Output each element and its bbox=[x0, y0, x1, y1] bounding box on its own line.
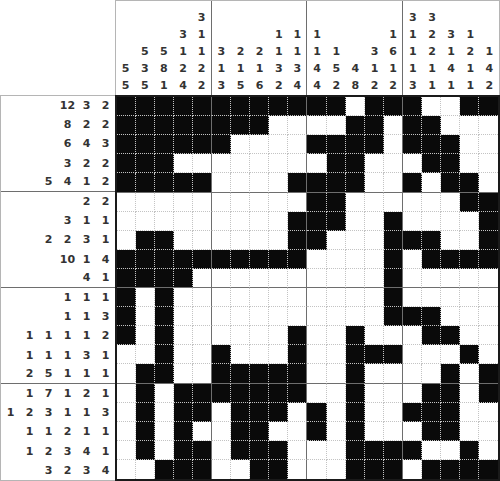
cell-r9c4[interactable] bbox=[174, 250, 193, 269]
cell-r17c17[interactable] bbox=[422, 403, 441, 422]
cell-r12c6[interactable] bbox=[212, 307, 231, 326]
cell-r13c18[interactable] bbox=[441, 326, 460, 345]
cell-r3c14[interactable] bbox=[365, 135, 384, 154]
cell-r2c20[interactable] bbox=[479, 116, 498, 135]
cell-r16c5[interactable] bbox=[193, 384, 212, 403]
cell-r10c19[interactable] bbox=[460, 269, 479, 288]
cell-r12c11[interactable] bbox=[307, 307, 326, 326]
cell-r18c6[interactable] bbox=[212, 422, 231, 441]
cell-r8c17[interactable] bbox=[422, 231, 441, 250]
cell-r14c15[interactable] bbox=[384, 345, 403, 364]
cell-r2c17[interactable] bbox=[422, 116, 441, 135]
cell-r9c16[interactable] bbox=[403, 250, 422, 269]
cell-r2c7[interactable] bbox=[231, 116, 250, 135]
cell-r2c13[interactable] bbox=[346, 116, 365, 135]
cell-r1c6[interactable] bbox=[212, 97, 231, 116]
cell-r4c13[interactable] bbox=[346, 154, 365, 173]
cell-r3c4[interactable] bbox=[174, 135, 193, 154]
cell-r7c1[interactable] bbox=[117, 212, 136, 231]
cell-r19c1[interactable] bbox=[117, 441, 136, 460]
cell-r7c18[interactable] bbox=[441, 212, 460, 231]
cell-r10c18[interactable] bbox=[441, 269, 460, 288]
cell-r10c17[interactable] bbox=[422, 269, 441, 288]
cell-r20c19[interactable] bbox=[460, 460, 479, 479]
cell-r13c15[interactable] bbox=[384, 326, 403, 345]
cell-r12c20[interactable] bbox=[479, 307, 498, 326]
cell-r19c17[interactable] bbox=[422, 441, 441, 460]
cell-r5c3[interactable] bbox=[155, 173, 174, 192]
cell-r20c8[interactable] bbox=[250, 460, 269, 479]
cell-r8c20[interactable] bbox=[479, 231, 498, 250]
cell-r14c14[interactable] bbox=[365, 345, 384, 364]
cell-r6c5[interactable] bbox=[193, 193, 212, 212]
cell-r18c11[interactable] bbox=[307, 422, 326, 441]
cell-r10c7[interactable] bbox=[231, 269, 250, 288]
cell-r6c15[interactable] bbox=[384, 193, 403, 212]
cell-r6c12[interactable] bbox=[327, 193, 346, 212]
cell-r12c17[interactable] bbox=[422, 307, 441, 326]
cell-r4c16[interactable] bbox=[403, 154, 422, 173]
cell-r17c3[interactable] bbox=[155, 403, 174, 422]
cell-r11c16[interactable] bbox=[403, 288, 422, 307]
cell-r4c3[interactable] bbox=[155, 154, 174, 173]
cell-r13c9[interactable] bbox=[269, 326, 288, 345]
cell-r4c4[interactable] bbox=[174, 154, 193, 173]
cell-r16c16[interactable] bbox=[403, 384, 422, 403]
cell-r16c14[interactable] bbox=[365, 384, 384, 403]
cell-r7c10[interactable] bbox=[288, 212, 307, 231]
cell-r18c20[interactable] bbox=[479, 422, 498, 441]
cell-r9c20[interactable] bbox=[479, 250, 498, 269]
cell-r3c7[interactable] bbox=[231, 135, 250, 154]
cell-r8c12[interactable] bbox=[327, 231, 346, 250]
cell-r9c18[interactable] bbox=[441, 250, 460, 269]
cell-r18c17[interactable] bbox=[422, 422, 441, 441]
cell-r13c10[interactable] bbox=[288, 326, 307, 345]
cell-r10c8[interactable] bbox=[250, 269, 269, 288]
cell-r17c8[interactable] bbox=[250, 403, 269, 422]
cell-r20c4[interactable] bbox=[174, 460, 193, 479]
cell-r12c15[interactable] bbox=[384, 307, 403, 326]
cell-r12c14[interactable] bbox=[365, 307, 384, 326]
cell-r1c12[interactable] bbox=[327, 97, 346, 116]
cell-r2c14[interactable] bbox=[365, 116, 384, 135]
cell-r7c20[interactable] bbox=[479, 212, 498, 231]
cell-r9c11[interactable] bbox=[307, 250, 326, 269]
cell-r11c6[interactable] bbox=[212, 288, 231, 307]
cell-r18c2[interactable] bbox=[136, 422, 155, 441]
cell-r13c12[interactable] bbox=[327, 326, 346, 345]
cell-r6c19[interactable] bbox=[460, 193, 479, 212]
cell-r5c10[interactable] bbox=[288, 173, 307, 192]
cell-r2c2[interactable] bbox=[136, 116, 155, 135]
cell-r20c16[interactable] bbox=[403, 460, 422, 479]
cell-r8c9[interactable] bbox=[269, 231, 288, 250]
cell-r16c17[interactable] bbox=[422, 384, 441, 403]
cell-r10c9[interactable] bbox=[269, 269, 288, 288]
cell-r10c13[interactable] bbox=[346, 269, 365, 288]
cell-r1c5[interactable] bbox=[193, 97, 212, 116]
cell-r2c19[interactable] bbox=[460, 116, 479, 135]
cell-r1c9[interactable] bbox=[269, 97, 288, 116]
cell-r15c15[interactable] bbox=[384, 364, 403, 383]
cell-r8c10[interactable] bbox=[288, 231, 307, 250]
cell-r14c3[interactable] bbox=[155, 345, 174, 364]
cell-r10c11[interactable] bbox=[307, 269, 326, 288]
cell-r6c17[interactable] bbox=[422, 193, 441, 212]
cell-r19c8[interactable] bbox=[250, 441, 269, 460]
cell-r3c9[interactable] bbox=[269, 135, 288, 154]
cell-r12c10[interactable] bbox=[288, 307, 307, 326]
cell-r9c3[interactable] bbox=[155, 250, 174, 269]
cell-r15c14[interactable] bbox=[365, 364, 384, 383]
cell-r17c14[interactable] bbox=[365, 403, 384, 422]
cell-r2c18[interactable] bbox=[441, 116, 460, 135]
cell-r19c15[interactable] bbox=[384, 441, 403, 460]
cell-r20c2[interactable] bbox=[136, 460, 155, 479]
cell-r15c12[interactable] bbox=[327, 364, 346, 383]
cell-r10c3[interactable] bbox=[155, 269, 174, 288]
cell-r11c13[interactable] bbox=[346, 288, 365, 307]
cell-r5c13[interactable] bbox=[346, 173, 365, 192]
cell-r19c12[interactable] bbox=[327, 441, 346, 460]
cell-r1c17[interactable] bbox=[422, 97, 441, 116]
cell-r9c17[interactable] bbox=[422, 250, 441, 269]
cell-r1c2[interactable] bbox=[136, 97, 155, 116]
cell-r14c17[interactable] bbox=[422, 345, 441, 364]
cell-r17c4[interactable] bbox=[174, 403, 193, 422]
cell-r14c5[interactable] bbox=[193, 345, 212, 364]
cell-r12c1[interactable] bbox=[117, 307, 136, 326]
cell-r16c15[interactable] bbox=[384, 384, 403, 403]
cell-r18c10[interactable] bbox=[288, 422, 307, 441]
cell-r9c13[interactable] bbox=[346, 250, 365, 269]
cell-r20c10[interactable] bbox=[288, 460, 307, 479]
cell-r5c6[interactable] bbox=[212, 173, 231, 192]
cell-r3c2[interactable] bbox=[136, 135, 155, 154]
cell-r19c14[interactable] bbox=[365, 441, 384, 460]
cell-r5c5[interactable] bbox=[193, 173, 212, 192]
cell-r12c5[interactable] bbox=[193, 307, 212, 326]
cell-r11c7[interactable] bbox=[231, 288, 250, 307]
cell-r17c9[interactable] bbox=[269, 403, 288, 422]
cell-r7c3[interactable] bbox=[155, 212, 174, 231]
cell-r1c15[interactable] bbox=[384, 97, 403, 116]
cell-r16c7[interactable] bbox=[231, 384, 250, 403]
cell-r13c7[interactable] bbox=[231, 326, 250, 345]
cell-r11c14[interactable] bbox=[365, 288, 384, 307]
cell-r19c7[interactable] bbox=[231, 441, 250, 460]
cell-r6c13[interactable] bbox=[346, 193, 365, 212]
cell-r19c10[interactable] bbox=[288, 441, 307, 460]
cell-r6c2[interactable] bbox=[136, 193, 155, 212]
cell-r5c8[interactable] bbox=[250, 173, 269, 192]
cell-r14c8[interactable] bbox=[250, 345, 269, 364]
cell-r15c7[interactable] bbox=[231, 364, 250, 383]
cell-r2c15[interactable] bbox=[384, 116, 403, 135]
cell-r18c15[interactable] bbox=[384, 422, 403, 441]
cell-r10c5[interactable] bbox=[193, 269, 212, 288]
cell-r4c11[interactable] bbox=[307, 154, 326, 173]
cell-r5c14[interactable] bbox=[365, 173, 384, 192]
cell-r20c14[interactable] bbox=[365, 460, 384, 479]
cell-r18c3[interactable] bbox=[155, 422, 174, 441]
cell-r2c16[interactable] bbox=[403, 116, 422, 135]
cell-r8c4[interactable] bbox=[174, 231, 193, 250]
cell-r20c9[interactable] bbox=[269, 460, 288, 479]
cell-r1c13[interactable] bbox=[346, 97, 365, 116]
cell-r17c7[interactable] bbox=[231, 403, 250, 422]
cell-r17c2[interactable] bbox=[136, 403, 155, 422]
cell-r19c16[interactable] bbox=[403, 441, 422, 460]
cell-r14c6[interactable] bbox=[212, 345, 231, 364]
cell-r7c8[interactable] bbox=[250, 212, 269, 231]
cell-r16c19[interactable] bbox=[460, 384, 479, 403]
cell-r3c19[interactable] bbox=[460, 135, 479, 154]
cell-r18c13[interactable] bbox=[346, 422, 365, 441]
cell-r4c15[interactable] bbox=[384, 154, 403, 173]
cell-r3c8[interactable] bbox=[250, 135, 269, 154]
cell-r18c18[interactable] bbox=[441, 422, 460, 441]
cell-r14c20[interactable] bbox=[479, 345, 498, 364]
cell-r16c3[interactable] bbox=[155, 384, 174, 403]
cell-r19c20[interactable] bbox=[479, 441, 498, 460]
cell-r1c3[interactable] bbox=[155, 97, 174, 116]
cell-r8c13[interactable] bbox=[346, 231, 365, 250]
cell-r15c9[interactable] bbox=[269, 364, 288, 383]
cell-r9c2[interactable] bbox=[136, 250, 155, 269]
cell-r2c9[interactable] bbox=[269, 116, 288, 135]
cell-r16c11[interactable] bbox=[307, 384, 326, 403]
cell-r15c11[interactable] bbox=[307, 364, 326, 383]
cell-r7c16[interactable] bbox=[403, 212, 422, 231]
cell-r8c5[interactable] bbox=[193, 231, 212, 250]
cell-r3c20[interactable] bbox=[479, 135, 498, 154]
cell-r11c3[interactable] bbox=[155, 288, 174, 307]
cell-r8c19[interactable] bbox=[460, 231, 479, 250]
cell-r8c3[interactable] bbox=[155, 231, 174, 250]
cell-r3c17[interactable] bbox=[422, 135, 441, 154]
cell-r6c10[interactable] bbox=[288, 193, 307, 212]
cell-r3c6[interactable] bbox=[212, 135, 231, 154]
cell-r16c9[interactable] bbox=[269, 384, 288, 403]
cell-r1c11[interactable] bbox=[307, 97, 326, 116]
cell-r10c4[interactable] bbox=[174, 269, 193, 288]
cell-r4c10[interactable] bbox=[288, 154, 307, 173]
cell-r15c20[interactable] bbox=[479, 364, 498, 383]
cell-r10c15[interactable] bbox=[384, 269, 403, 288]
cell-r12c8[interactable] bbox=[250, 307, 269, 326]
cell-r11c10[interactable] bbox=[288, 288, 307, 307]
cell-r4c19[interactable] bbox=[460, 154, 479, 173]
cell-r11c4[interactable] bbox=[174, 288, 193, 307]
cell-r13c3[interactable] bbox=[155, 326, 174, 345]
cell-r19c9[interactable] bbox=[269, 441, 288, 460]
cell-r14c2[interactable] bbox=[136, 345, 155, 364]
cell-r3c5[interactable] bbox=[193, 135, 212, 154]
cell-r6c20[interactable] bbox=[479, 193, 498, 212]
cell-r20c3[interactable] bbox=[155, 460, 174, 479]
cell-r19c13[interactable] bbox=[346, 441, 365, 460]
cell-r17c10[interactable] bbox=[288, 403, 307, 422]
cell-r5c11[interactable] bbox=[307, 173, 326, 192]
cell-r8c14[interactable] bbox=[365, 231, 384, 250]
cell-r20c1[interactable] bbox=[117, 460, 136, 479]
cell-r17c5[interactable] bbox=[193, 403, 212, 422]
cell-r13c16[interactable] bbox=[403, 326, 422, 345]
cell-r8c6[interactable] bbox=[212, 231, 231, 250]
cell-r1c19[interactable] bbox=[460, 97, 479, 116]
cell-r10c14[interactable] bbox=[365, 269, 384, 288]
cell-r20c17[interactable] bbox=[422, 460, 441, 479]
cell-r18c14[interactable] bbox=[365, 422, 384, 441]
cell-r3c15[interactable] bbox=[384, 135, 403, 154]
cell-r1c7[interactable] bbox=[231, 97, 250, 116]
cell-r7c14[interactable] bbox=[365, 212, 384, 231]
cell-r1c1[interactable] bbox=[117, 97, 136, 116]
cell-r5c9[interactable] bbox=[269, 173, 288, 192]
cell-r3c12[interactable] bbox=[327, 135, 346, 154]
cell-r16c13[interactable] bbox=[346, 384, 365, 403]
cell-r18c12[interactable] bbox=[327, 422, 346, 441]
cell-r14c12[interactable] bbox=[327, 345, 346, 364]
cell-r3c1[interactable] bbox=[117, 135, 136, 154]
cell-r15c13[interactable] bbox=[346, 364, 365, 383]
cell-r16c20[interactable] bbox=[479, 384, 498, 403]
cell-r1c8[interactable] bbox=[250, 97, 269, 116]
cell-r10c20[interactable] bbox=[479, 269, 498, 288]
cell-r7c5[interactable] bbox=[193, 212, 212, 231]
cell-r2c8[interactable] bbox=[250, 116, 269, 135]
cell-r14c16[interactable] bbox=[403, 345, 422, 364]
cell-r19c18[interactable] bbox=[441, 441, 460, 460]
cell-r16c1[interactable] bbox=[117, 384, 136, 403]
cell-r2c12[interactable] bbox=[327, 116, 346, 135]
cell-r7c13[interactable] bbox=[346, 212, 365, 231]
cell-r14c4[interactable] bbox=[174, 345, 193, 364]
cell-r14c18[interactable] bbox=[441, 345, 460, 364]
cell-r9c14[interactable] bbox=[365, 250, 384, 269]
cell-r5c7[interactable] bbox=[231, 173, 250, 192]
cell-r11c18[interactable] bbox=[441, 288, 460, 307]
cell-r14c1[interactable] bbox=[117, 345, 136, 364]
cell-r13c8[interactable] bbox=[250, 326, 269, 345]
cell-r13c17[interactable] bbox=[422, 326, 441, 345]
cell-r7c7[interactable] bbox=[231, 212, 250, 231]
cell-r11c15[interactable] bbox=[384, 288, 403, 307]
cell-r7c6[interactable] bbox=[212, 212, 231, 231]
cell-r6c3[interactable] bbox=[155, 193, 174, 212]
cell-r9c10[interactable] bbox=[288, 250, 307, 269]
cell-r10c1[interactable] bbox=[117, 269, 136, 288]
cell-r10c16[interactable] bbox=[403, 269, 422, 288]
cell-r18c8[interactable] bbox=[250, 422, 269, 441]
cell-r4c20[interactable] bbox=[479, 154, 498, 173]
cell-r13c19[interactable] bbox=[460, 326, 479, 345]
cell-r1c20[interactable] bbox=[479, 97, 498, 116]
cell-r19c6[interactable] bbox=[212, 441, 231, 460]
cell-r5c15[interactable] bbox=[384, 173, 403, 192]
cell-r4c6[interactable] bbox=[212, 154, 231, 173]
cell-r2c10[interactable] bbox=[288, 116, 307, 135]
cell-r8c16[interactable] bbox=[403, 231, 422, 250]
cell-r16c8[interactable] bbox=[250, 384, 269, 403]
cell-r15c19[interactable] bbox=[460, 364, 479, 383]
cell-r11c19[interactable] bbox=[460, 288, 479, 307]
cell-r14c13[interactable] bbox=[346, 345, 365, 364]
cell-r5c16[interactable] bbox=[403, 173, 422, 192]
cell-r11c2[interactable] bbox=[136, 288, 155, 307]
cell-r20c12[interactable] bbox=[327, 460, 346, 479]
cell-r16c12[interactable] bbox=[327, 384, 346, 403]
cell-r9c8[interactable] bbox=[250, 250, 269, 269]
cell-r17c20[interactable] bbox=[479, 403, 498, 422]
cell-r20c11[interactable] bbox=[307, 460, 326, 479]
cell-r8c1[interactable] bbox=[117, 231, 136, 250]
cell-r15c6[interactable] bbox=[212, 364, 231, 383]
cell-r9c7[interactable] bbox=[231, 250, 250, 269]
cell-r2c4[interactable] bbox=[174, 116, 193, 135]
cell-r6c6[interactable] bbox=[212, 193, 231, 212]
cell-r18c4[interactable] bbox=[174, 422, 193, 441]
cell-r3c16[interactable] bbox=[403, 135, 422, 154]
cell-r4c9[interactable] bbox=[269, 154, 288, 173]
cell-r1c14[interactable] bbox=[365, 97, 384, 116]
cell-r4c14[interactable] bbox=[365, 154, 384, 173]
cell-r20c5[interactable] bbox=[193, 460, 212, 479]
cell-r11c12[interactable] bbox=[327, 288, 346, 307]
cell-r9c9[interactable] bbox=[269, 250, 288, 269]
cell-r19c5[interactable] bbox=[193, 441, 212, 460]
cell-r19c3[interactable] bbox=[155, 441, 174, 460]
cell-r10c10[interactable] bbox=[288, 269, 307, 288]
cell-r16c10[interactable] bbox=[288, 384, 307, 403]
cell-r11c8[interactable] bbox=[250, 288, 269, 307]
cell-r6c11[interactable] bbox=[307, 193, 326, 212]
cell-r11c11[interactable] bbox=[307, 288, 326, 307]
cell-r6c8[interactable] bbox=[250, 193, 269, 212]
cell-r12c4[interactable] bbox=[174, 307, 193, 326]
cell-r7c11[interactable] bbox=[307, 212, 326, 231]
cell-r8c2[interactable] bbox=[136, 231, 155, 250]
cell-r13c13[interactable] bbox=[346, 326, 365, 345]
cell-r13c4[interactable] bbox=[174, 326, 193, 345]
cell-r12c9[interactable] bbox=[269, 307, 288, 326]
cell-r5c18[interactable] bbox=[441, 173, 460, 192]
cell-r13c20[interactable] bbox=[479, 326, 498, 345]
cell-r12c3[interactable] bbox=[155, 307, 174, 326]
cell-r15c16[interactable] bbox=[403, 364, 422, 383]
cell-r8c18[interactable] bbox=[441, 231, 460, 250]
cell-r5c12[interactable] bbox=[327, 173, 346, 192]
cell-r14c9[interactable] bbox=[269, 345, 288, 364]
cell-r18c19[interactable] bbox=[460, 422, 479, 441]
cell-r18c1[interactable] bbox=[117, 422, 136, 441]
cell-r6c14[interactable] bbox=[365, 193, 384, 212]
cell-r7c12[interactable] bbox=[327, 212, 346, 231]
cell-r17c11[interactable] bbox=[307, 403, 326, 422]
cell-r12c19[interactable] bbox=[460, 307, 479, 326]
cell-r19c19[interactable] bbox=[460, 441, 479, 460]
cell-r11c17[interactable] bbox=[422, 288, 441, 307]
cell-r4c1[interactable] bbox=[117, 154, 136, 173]
cell-r16c4[interactable] bbox=[174, 384, 193, 403]
cell-r13c5[interactable] bbox=[193, 326, 212, 345]
cell-r17c6[interactable] bbox=[212, 403, 231, 422]
cell-r16c6[interactable] bbox=[212, 384, 231, 403]
cell-r16c18[interactable] bbox=[441, 384, 460, 403]
cell-r9c1[interactable] bbox=[117, 250, 136, 269]
